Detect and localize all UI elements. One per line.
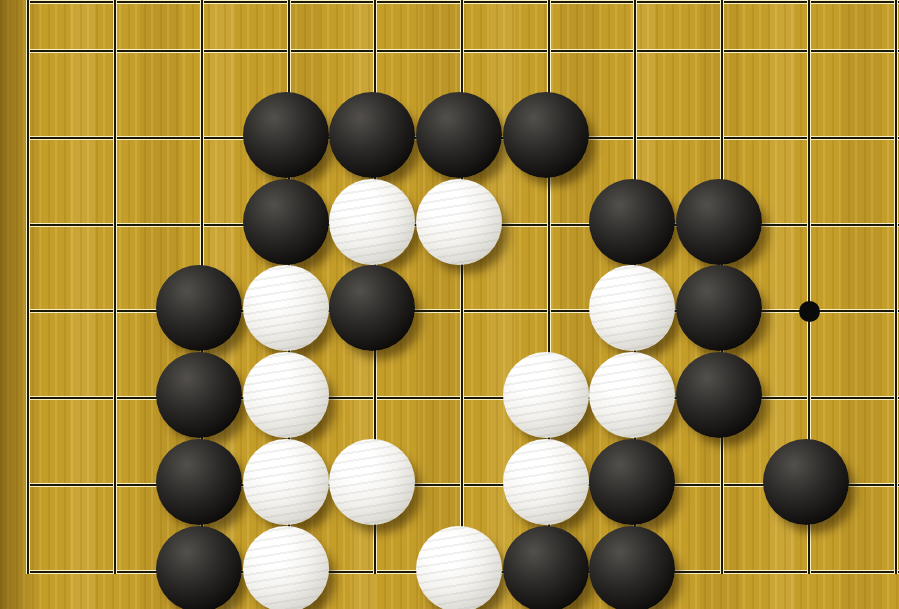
grid-line-vertical (26, 0, 30, 574)
black-stone: ● (589, 179, 675, 265)
white-stone-glyph: ○ (416, 526, 502, 609)
black-stone-glyph: ● (589, 179, 675, 265)
black-stone-glyph: ● (676, 265, 762, 351)
white-stone-glyph: ○ (416, 179, 502, 265)
white-stone: ○ (243, 265, 329, 351)
black-stone-glyph: ● (156, 526, 242, 609)
black-stone-glyph: ● (589, 439, 675, 525)
white-stone: ○ (416, 526, 502, 609)
black-stone: ● (329, 92, 415, 178)
white-stone-glyph: ○ (243, 352, 329, 438)
black-stone-glyph: ● (329, 265, 415, 351)
black-stone-glyph: ● (329, 92, 415, 178)
black-stone: ● (243, 92, 329, 178)
white-stone-glyph: ○ (503, 439, 589, 525)
black-stone: ● (156, 265, 242, 351)
black-stone: ● (243, 179, 329, 265)
grid-line-horizontal (26, 49, 899, 53)
black-stone-glyph: ● (156, 265, 242, 351)
white-stone-glyph: ○ (589, 352, 675, 438)
black-stone-glyph: ● (243, 179, 329, 265)
grid-line-horizontal (26, 0, 899, 4)
black-stone: ● (676, 265, 762, 351)
black-stone: ● (329, 265, 415, 351)
black-stone: ● (676, 352, 762, 438)
white-stone: ○ (589, 352, 675, 438)
black-stone: ● (503, 526, 589, 609)
black-stone-glyph: ● (589, 526, 675, 609)
white-stone-glyph: ○ (329, 179, 415, 265)
white-stone-glyph: ○ (243, 439, 329, 525)
white-stone: ○ (329, 179, 415, 265)
black-stone-glyph: ● (763, 439, 849, 525)
white-stone-glyph: ○ (329, 439, 415, 525)
star-point (799, 301, 820, 322)
black-stone-glyph: ● (676, 179, 762, 265)
black-stone: ● (156, 526, 242, 609)
black-stone-glyph: ● (243, 92, 329, 178)
white-stone: ○ (243, 439, 329, 525)
black-stone-glyph: ● (503, 92, 589, 178)
white-stone-glyph: ○ (589, 265, 675, 351)
board-left-edge-shadow (0, 0, 34, 609)
white-stone: ○ (329, 439, 415, 525)
black-stone-glyph: ● (156, 352, 242, 438)
white-stone: ○ (243, 526, 329, 609)
grid-line-vertical (460, 0, 464, 574)
grid-line-vertical (113, 0, 117, 574)
black-stone-glyph: ● (156, 439, 242, 525)
black-stone: ● (156, 352, 242, 438)
white-stone: ○ (243, 352, 329, 438)
white-stone: ○ (503, 439, 589, 525)
black-stone: ● (589, 526, 675, 609)
black-stone: ● (763, 439, 849, 525)
black-stone: ● (676, 179, 762, 265)
grid-line-vertical (894, 0, 898, 574)
white-stone: ○ (589, 265, 675, 351)
white-stone-glyph: ○ (243, 526, 329, 609)
black-stone-glyph: ● (503, 526, 589, 609)
white-stone: ○ (416, 179, 502, 265)
black-stone: ● (416, 92, 502, 178)
black-stone: ● (589, 439, 675, 525)
black-stone-glyph: ● (416, 92, 502, 178)
black-stone: ● (503, 92, 589, 178)
white-stone: ○ (503, 352, 589, 438)
black-stone: ● (156, 439, 242, 525)
black-stone-glyph: ● (676, 352, 762, 438)
white-stone-glyph: ○ (243, 265, 329, 351)
white-stone-glyph: ○ (503, 352, 589, 438)
go-board[interactable]: ●●●●●○○●●●○●○●●○○○●●○○○●●●○○●● (0, 0, 899, 609)
